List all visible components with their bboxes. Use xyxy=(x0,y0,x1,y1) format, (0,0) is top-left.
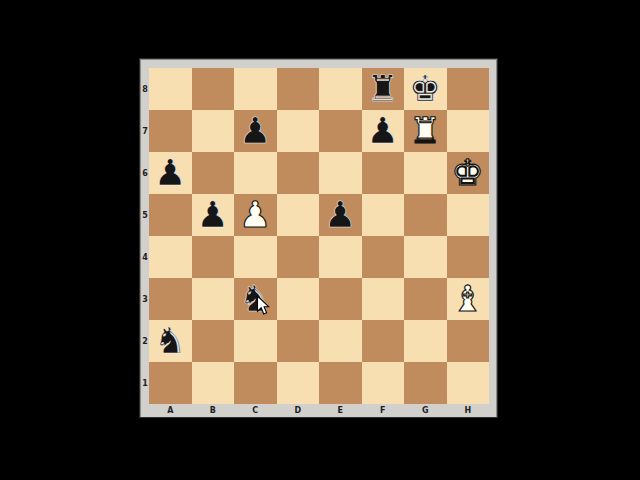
square-b5[interactable]: ♟ xyxy=(192,194,235,236)
piece-black-pawn[interactable]: ♟ xyxy=(197,194,229,236)
frame-right-edge xyxy=(489,362,496,404)
square-e3[interactable] xyxy=(319,278,362,320)
piece-black-king[interactable]: ♚ xyxy=(409,68,441,110)
square-b6[interactable] xyxy=(192,152,235,194)
chess-board: 8♜♚7♟♟♜6♟♚5♟♟♟43♞♝2♞1ABCDEFGH xyxy=(140,59,497,417)
square-d8[interactable] xyxy=(277,68,320,110)
piece-black-knight[interactable]: ♞ xyxy=(239,278,271,320)
square-a5[interactable] xyxy=(149,194,192,236)
frame-corner xyxy=(489,404,496,417)
square-g3[interactable] xyxy=(404,278,447,320)
square-d5[interactable] xyxy=(277,194,320,236)
file-label-f: F xyxy=(362,404,405,417)
square-g5[interactable] xyxy=(404,194,447,236)
frame-right-edge xyxy=(489,110,496,152)
file-label-h: H xyxy=(447,404,490,417)
file-label-a: A xyxy=(149,404,192,417)
square-d3[interactable] xyxy=(277,278,320,320)
square-e7[interactable] xyxy=(319,110,362,152)
frame-top-edge xyxy=(141,60,496,68)
rank-label-6: 6 xyxy=(141,152,149,194)
frame-right-edge xyxy=(489,194,496,236)
file-label-e: E xyxy=(319,404,362,417)
square-f7[interactable]: ♟ xyxy=(362,110,405,152)
square-f4[interactable] xyxy=(362,236,405,278)
square-a2[interactable]: ♞ xyxy=(149,320,192,362)
square-d7[interactable] xyxy=(277,110,320,152)
square-b1[interactable] xyxy=(192,362,235,404)
square-f6[interactable] xyxy=(362,152,405,194)
square-c8[interactable] xyxy=(234,68,277,110)
square-e5[interactable]: ♟ xyxy=(319,194,362,236)
square-h3[interactable]: ♝ xyxy=(447,278,490,320)
square-b2[interactable] xyxy=(192,320,235,362)
rank-label-3: 3 xyxy=(141,278,149,320)
square-h1[interactable] xyxy=(447,362,490,404)
frame-right-edge xyxy=(489,278,496,320)
square-f3[interactable] xyxy=(362,278,405,320)
square-c4[interactable] xyxy=(234,236,277,278)
square-g6[interactable] xyxy=(404,152,447,194)
square-a4[interactable] xyxy=(149,236,192,278)
square-h4[interactable] xyxy=(447,236,490,278)
frame-right-edge xyxy=(489,152,496,194)
square-f1[interactable] xyxy=(362,362,405,404)
square-f2[interactable] xyxy=(362,320,405,362)
file-label-c: C xyxy=(234,404,277,417)
piece-white-king[interactable]: ♚ xyxy=(452,152,484,194)
rank-label-5: 5 xyxy=(141,194,149,236)
square-f8[interactable]: ♜ xyxy=(362,68,405,110)
black-background: 8♜♚7♟♟♜6♟♚5♟♟♟43♞♝2♞1ABCDEFGH xyxy=(0,0,640,480)
square-b3[interactable] xyxy=(192,278,235,320)
square-a6[interactable]: ♟ xyxy=(149,152,192,194)
square-b4[interactable] xyxy=(192,236,235,278)
frame-right-edge xyxy=(489,320,496,362)
frame-right-edge xyxy=(489,236,496,278)
square-h5[interactable] xyxy=(447,194,490,236)
rank-label-7: 7 xyxy=(141,110,149,152)
piece-white-rook[interactable]: ♜ xyxy=(409,110,441,152)
file-label-b: B xyxy=(192,404,235,417)
frame-corner xyxy=(141,404,149,417)
frame-right-edge xyxy=(489,68,496,110)
rank-label-4: 4 xyxy=(141,236,149,278)
piece-black-pawn[interactable]: ♟ xyxy=(324,194,356,236)
square-a8[interactable] xyxy=(149,68,192,110)
square-f5[interactable] xyxy=(362,194,405,236)
square-d4[interactable] xyxy=(277,236,320,278)
square-h2[interactable] xyxy=(447,320,490,362)
square-g1[interactable] xyxy=(404,362,447,404)
square-a7[interactable] xyxy=(149,110,192,152)
piece-white-pawn[interactable]: ♟ xyxy=(239,194,271,236)
piece-black-knight[interactable]: ♞ xyxy=(154,320,186,362)
rank-label-8: 8 xyxy=(141,68,149,110)
square-g8[interactable]: ♚ xyxy=(404,68,447,110)
piece-white-bishop[interactable]: ♝ xyxy=(452,278,484,320)
square-c5[interactable]: ♟ xyxy=(234,194,277,236)
square-h6[interactable]: ♚ xyxy=(447,152,490,194)
square-g7[interactable]: ♜ xyxy=(404,110,447,152)
square-d1[interactable] xyxy=(277,362,320,404)
square-d6[interactable] xyxy=(277,152,320,194)
square-b8[interactable] xyxy=(192,68,235,110)
square-e8[interactable] xyxy=(319,68,362,110)
square-e6[interactable] xyxy=(319,152,362,194)
square-c6[interactable] xyxy=(234,152,277,194)
square-c2[interactable] xyxy=(234,320,277,362)
square-g4[interactable] xyxy=(404,236,447,278)
piece-black-pawn[interactable]: ♟ xyxy=(154,152,186,194)
square-e2[interactable] xyxy=(319,320,362,362)
square-c1[interactable] xyxy=(234,362,277,404)
file-label-d: D xyxy=(277,404,320,417)
square-c3[interactable]: ♞ xyxy=(234,278,277,320)
square-e4[interactable] xyxy=(319,236,362,278)
square-g2[interactable] xyxy=(404,320,447,362)
square-e1[interactable] xyxy=(319,362,362,404)
file-label-g: G xyxy=(404,404,447,417)
piece-black-pawn[interactable]: ♟ xyxy=(367,110,399,152)
square-d2[interactable] xyxy=(277,320,320,362)
square-b7[interactable] xyxy=(192,110,235,152)
square-a1[interactable] xyxy=(149,362,192,404)
square-h7[interactable] xyxy=(447,110,490,152)
rank-label-2: 2 xyxy=(141,320,149,362)
square-h8[interactable] xyxy=(447,68,490,110)
piece-black-pawn[interactable]: ♟ xyxy=(239,110,271,152)
rank-label-1: 1 xyxy=(141,362,149,404)
square-a3[interactable] xyxy=(149,278,192,320)
square-c7[interactable]: ♟ xyxy=(234,110,277,152)
piece-black-rook[interactable]: ♜ xyxy=(367,68,399,110)
